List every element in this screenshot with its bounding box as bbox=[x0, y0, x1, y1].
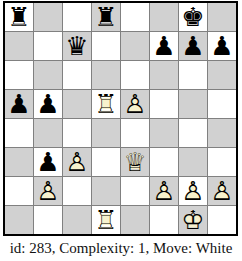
square-c2[interactable] bbox=[63, 177, 91, 205]
square-e5[interactable]: ♟♙ bbox=[121, 90, 149, 118]
square-a5[interactable]: ♟ bbox=[5, 90, 33, 118]
square-d1[interactable]: ♜♖ bbox=[92, 206, 120, 234]
square-h4[interactable] bbox=[208, 119, 236, 147]
square-g6[interactable] bbox=[179, 61, 207, 89]
square-g8[interactable]: ♚ bbox=[179, 3, 207, 31]
white-pawn-icon: ♟ bbox=[34, 177, 62, 205]
white-pawn-outline-icon: ♙ bbox=[63, 148, 91, 176]
square-a2[interactable] bbox=[5, 177, 33, 205]
black-queen-icon: ♛ bbox=[63, 32, 91, 60]
square-e7[interactable] bbox=[121, 32, 149, 60]
square-b4[interactable] bbox=[34, 119, 62, 147]
square-e2[interactable] bbox=[121, 177, 149, 205]
square-f8[interactable] bbox=[150, 3, 178, 31]
square-h2[interactable]: ♟♙ bbox=[208, 177, 236, 205]
square-g5[interactable] bbox=[179, 90, 207, 118]
square-f5[interactable] bbox=[150, 90, 178, 118]
square-d2[interactable] bbox=[92, 177, 120, 205]
square-a3[interactable] bbox=[5, 148, 33, 176]
white-pawn-outline-icon: ♙ bbox=[150, 177, 178, 205]
black-pawn-icon: ♟ bbox=[5, 90, 33, 118]
black-pawn-icon: ♟ bbox=[34, 90, 62, 118]
square-b5[interactable]: ♟ bbox=[34, 90, 62, 118]
white-king-outline-icon: ♔ bbox=[179, 206, 207, 234]
square-a6[interactable] bbox=[5, 61, 33, 89]
square-c1[interactable] bbox=[63, 206, 91, 234]
white-rook-icon: ♜ bbox=[92, 90, 120, 118]
square-b6[interactable] bbox=[34, 61, 62, 89]
caption: id: 283, Complexity: 1, Move: White bbox=[0, 240, 242, 257]
square-g2[interactable]: ♟♙ bbox=[179, 177, 207, 205]
square-e6[interactable] bbox=[121, 61, 149, 89]
white-queen-icon: ♛ bbox=[121, 148, 149, 176]
square-e8[interactable] bbox=[121, 3, 149, 31]
square-h5[interactable] bbox=[208, 90, 236, 118]
black-pawn-icon: ♟ bbox=[150, 32, 178, 60]
square-b1[interactable] bbox=[34, 206, 62, 234]
square-d7[interactable] bbox=[92, 32, 120, 60]
square-f2[interactable]: ♟♙ bbox=[150, 177, 178, 205]
square-f1[interactable] bbox=[150, 206, 178, 234]
square-d5[interactable]: ♜♖ bbox=[92, 90, 120, 118]
white-rook-outline-icon: ♖ bbox=[92, 206, 120, 234]
square-f3[interactable] bbox=[150, 148, 178, 176]
white-pawn-icon: ♟ bbox=[208, 177, 236, 205]
square-g3[interactable] bbox=[179, 148, 207, 176]
square-h7[interactable]: ♟ bbox=[208, 32, 236, 60]
square-e4[interactable] bbox=[121, 119, 149, 147]
square-c3[interactable]: ♟♙ bbox=[63, 148, 91, 176]
square-c6[interactable] bbox=[63, 61, 91, 89]
chess-board: ♜♜♚♛♟♟♟♟♟♜♖♟♙♟♟♙♛♕♟♙♟♙♟♙♟♙♜♖♚♔ bbox=[3, 1, 238, 236]
square-a8[interactable]: ♜ bbox=[5, 3, 33, 31]
square-h3[interactable] bbox=[208, 148, 236, 176]
white-pawn-outline-icon: ♙ bbox=[208, 177, 236, 205]
white-pawn-outline-icon: ♙ bbox=[179, 177, 207, 205]
white-pawn-outline-icon: ♙ bbox=[34, 177, 62, 205]
square-c5[interactable] bbox=[63, 90, 91, 118]
square-d4[interactable] bbox=[92, 119, 120, 147]
square-g4[interactable] bbox=[179, 119, 207, 147]
square-g1[interactable]: ♚♔ bbox=[179, 206, 207, 234]
white-king-icon: ♚ bbox=[179, 206, 207, 234]
white-pawn-icon: ♟ bbox=[179, 177, 207, 205]
white-pawn-icon: ♟ bbox=[121, 90, 149, 118]
square-g7[interactable]: ♟ bbox=[179, 32, 207, 60]
square-c7[interactable]: ♛ bbox=[63, 32, 91, 60]
white-rook-icon: ♜ bbox=[92, 206, 120, 234]
white-pawn-icon: ♟ bbox=[150, 177, 178, 205]
square-b3[interactable]: ♟ bbox=[34, 148, 62, 176]
square-d3[interactable] bbox=[92, 148, 120, 176]
square-f6[interactable] bbox=[150, 61, 178, 89]
square-f4[interactable] bbox=[150, 119, 178, 147]
square-h8[interactable] bbox=[208, 3, 236, 31]
black-pawn-icon: ♟ bbox=[179, 32, 207, 60]
square-b7[interactable] bbox=[34, 32, 62, 60]
white-queen-outline-icon: ♕ bbox=[121, 148, 149, 176]
white-pawn-outline-icon: ♙ bbox=[121, 90, 149, 118]
square-f7[interactable]: ♟ bbox=[150, 32, 178, 60]
white-pawn-icon: ♟ bbox=[63, 148, 91, 176]
black-king-icon: ♚ bbox=[179, 3, 207, 31]
square-c8[interactable] bbox=[63, 3, 91, 31]
black-rook-icon: ♜ bbox=[92, 3, 120, 31]
square-b8[interactable] bbox=[34, 3, 62, 31]
square-d8[interactable]: ♜ bbox=[92, 3, 120, 31]
square-e3[interactable]: ♛♕ bbox=[121, 148, 149, 176]
square-h6[interactable] bbox=[208, 61, 236, 89]
square-c4[interactable] bbox=[63, 119, 91, 147]
black-pawn-icon: ♟ bbox=[208, 32, 236, 60]
square-a1[interactable] bbox=[5, 206, 33, 234]
square-a7[interactable] bbox=[5, 32, 33, 60]
square-e1[interactable] bbox=[121, 206, 149, 234]
square-h1[interactable] bbox=[208, 206, 236, 234]
square-a4[interactable] bbox=[5, 119, 33, 147]
black-rook-icon: ♜ bbox=[5, 3, 33, 31]
square-b2[interactable]: ♟♙ bbox=[34, 177, 62, 205]
black-pawn-icon: ♟ bbox=[34, 148, 62, 176]
white-rook-outline-icon: ♖ bbox=[92, 90, 120, 118]
square-d6[interactable] bbox=[92, 61, 120, 89]
